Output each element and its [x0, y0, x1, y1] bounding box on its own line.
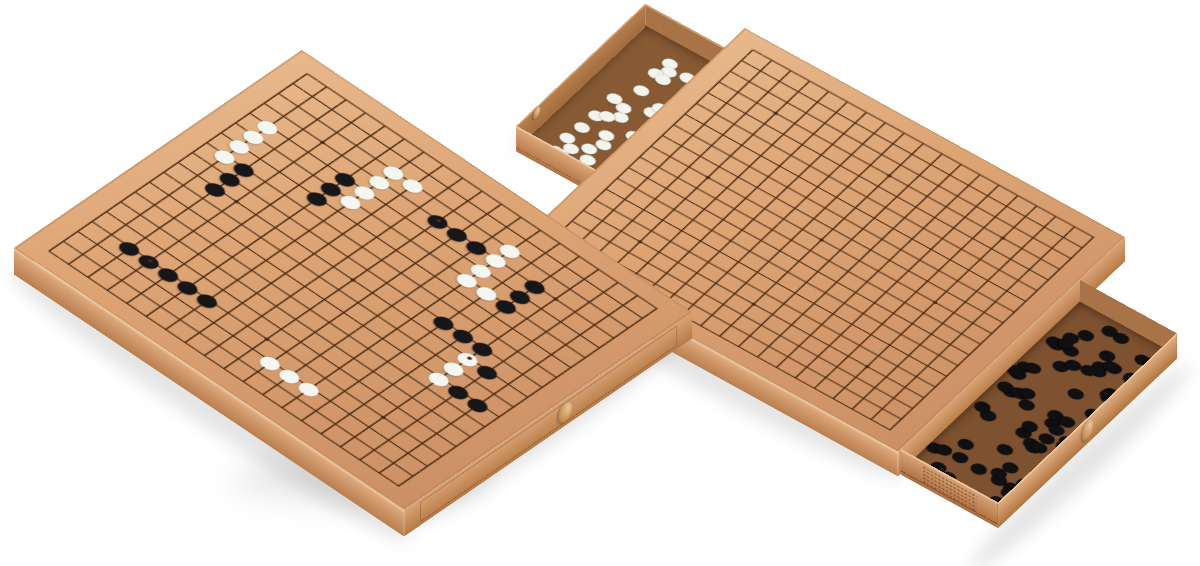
star-point — [637, 240, 643, 244]
star-point — [1000, 236, 1006, 240]
star-point — [773, 111, 779, 115]
white-stone: ● — [629, 81, 655, 99]
star-point — [147, 259, 154, 264]
star-point — [864, 365, 870, 369]
star-point — [886, 174, 892, 178]
go-set-product-photo: ●●●●●●●●●●●●●●●●●●●●●●●●●● ●●●●●●●●●●●●●… — [0, 0, 1200, 566]
drawer-knob — [533, 104, 540, 121]
black-stone: ● — [1064, 384, 1090, 402]
star-point — [466, 356, 473, 361]
star-point — [552, 297, 559, 302]
star-point — [932, 300, 938, 304]
star-point — [264, 337, 271, 342]
star-point — [436, 219, 443, 224]
star-point — [233, 199, 240, 204]
star-point — [818, 238, 824, 242]
star-point — [705, 175, 711, 179]
star-point — [751, 302, 757, 306]
black-stone: ● — [993, 440, 1019, 458]
star-point — [380, 415, 387, 420]
star-point — [319, 140, 326, 145]
star-point — [350, 278, 357, 283]
